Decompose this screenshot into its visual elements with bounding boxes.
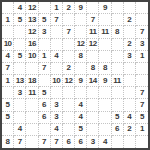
- cell-r8c8[interactable]: [87, 87, 99, 99]
- cell-r7c2: 13: [14, 75, 26, 87]
- cell-r7c7: 9: [75, 75, 87, 87]
- cell-r4c3: 16: [26, 39, 38, 51]
- cell-r12c11[interactable]: [124, 136, 136, 148]
- cell-r12c6: 6: [63, 136, 75, 148]
- cell-r8c5[interactable]: [51, 87, 63, 99]
- cell-r6c4: 7: [39, 63, 51, 75]
- cell-r2c8: 7: [87, 14, 99, 26]
- cell-r6c11[interactable]: [124, 63, 136, 75]
- cell-r1c4[interactable]: [39, 2, 51, 14]
- cell-r3c1[interactable]: [2, 26, 14, 38]
- cell-r3c3: 12: [26, 26, 38, 38]
- cell-r8c10[interactable]: [112, 87, 124, 99]
- cell-r1c8[interactable]: [87, 2, 99, 14]
- cell-r4c12: 3: [136, 39, 148, 51]
- cell-r1c5: 1: [51, 2, 63, 14]
- cell-r2c7[interactable]: [75, 14, 87, 26]
- cell-r4c10[interactable]: [112, 39, 124, 51]
- cell-r8c12: 7: [136, 87, 148, 99]
- cell-r10c3[interactable]: [26, 112, 38, 124]
- cell-r11c4[interactable]: [39, 124, 51, 136]
- cell-r10c1: 5: [2, 112, 14, 124]
- cell-r10c11: 4: [124, 112, 136, 124]
- cell-r6c8: 8: [87, 63, 99, 75]
- cell-r6c7[interactable]: [75, 63, 87, 75]
- cell-r4c2[interactable]: [14, 39, 26, 51]
- cell-r7c3: 18: [26, 75, 38, 87]
- cell-r12c2: 7: [14, 136, 26, 148]
- cell-r6c2[interactable]: [14, 63, 26, 75]
- cell-r1c2: 4: [14, 2, 26, 14]
- cell-r3c11[interactable]: [124, 26, 136, 38]
- cell-r9c11[interactable]: [124, 99, 136, 111]
- cell-r10c4: 6: [39, 112, 51, 124]
- cell-r10c9[interactable]: [99, 112, 111, 124]
- cell-r2c3: 13: [26, 14, 38, 26]
- cell-r8c1[interactable]: [2, 87, 14, 99]
- cell-r7c12[interactable]: [136, 75, 148, 87]
- cell-r2c11: 2: [124, 14, 136, 26]
- cell-r9c3[interactable]: [26, 99, 38, 111]
- cell-r1c6: 2: [63, 2, 75, 14]
- cell-r5c11: 3: [124, 51, 136, 63]
- cell-r2c12[interactable]: [136, 14, 148, 26]
- cell-r4c6[interactable]: [63, 39, 75, 51]
- cell-r11c12: 1: [136, 124, 148, 136]
- cell-r11c8[interactable]: [87, 124, 99, 136]
- cell-r12c3[interactable]: [26, 136, 38, 148]
- cell-r12c9: 4: [99, 136, 111, 148]
- cell-r8c2: 3: [14, 87, 26, 99]
- cell-r4c7: 12: [75, 39, 87, 51]
- cell-r3c8: 11: [87, 26, 99, 38]
- cell-r1c12[interactable]: [136, 2, 148, 14]
- cell-r7c11[interactable]: [124, 75, 136, 87]
- cell-r6c9: 8: [99, 63, 111, 75]
- cell-r10c8[interactable]: [87, 112, 99, 124]
- cell-r6c5[interactable]: [51, 63, 63, 75]
- cell-r5c4: 1: [39, 51, 51, 63]
- cell-r9c5: 3: [51, 99, 63, 111]
- cell-r10c10: 5: [112, 112, 124, 124]
- cell-r10c6[interactable]: [63, 112, 75, 124]
- cell-r1c7: 9: [75, 2, 87, 14]
- fillomino-board: 4121299151357721237111187101612122345101…: [0, 0, 150, 150]
- cell-r7c1: 1: [2, 75, 14, 87]
- cell-r3c10: 8: [112, 26, 124, 38]
- cell-r12c8: 3: [87, 136, 99, 148]
- cell-r7c8: 14: [87, 75, 99, 87]
- cell-r11c6[interactable]: [63, 124, 75, 136]
- cell-r12c1: 8: [2, 136, 14, 148]
- cell-r7c5: 10: [51, 75, 63, 87]
- cell-r6c10[interactable]: [112, 63, 124, 75]
- cell-r10c12: 5: [136, 112, 148, 124]
- cell-r5c7: 8: [75, 51, 87, 63]
- cell-r11c3[interactable]: [26, 124, 38, 136]
- cell-r5c5: 4: [51, 51, 63, 63]
- cell-r6c3[interactable]: [26, 63, 38, 75]
- cell-r11c11: 2: [124, 124, 136, 136]
- cell-r5c12: 1: [136, 51, 148, 63]
- cell-r9c6[interactable]: [63, 99, 75, 111]
- cell-r9c10[interactable]: [112, 99, 124, 111]
- cell-r4c8: 12: [87, 39, 99, 51]
- cell-r7c10: 11: [112, 75, 124, 87]
- cell-r11c9[interactable]: [99, 124, 111, 136]
- cell-r3c7[interactable]: [75, 26, 87, 38]
- cell-r5c6[interactable]: [63, 51, 75, 63]
- cell-r6c12[interactable]: [136, 63, 148, 75]
- cell-r10c5: 3: [51, 112, 63, 124]
- cell-r12c12[interactable]: [136, 136, 148, 148]
- cell-r2c4: 5: [39, 14, 51, 26]
- cell-r3c4: 3: [39, 26, 51, 38]
- cell-r8c11[interactable]: [124, 87, 136, 99]
- cell-r4c4[interactable]: [39, 39, 51, 51]
- cell-r8c7[interactable]: [75, 87, 87, 99]
- cell-r5c1: 4: [2, 51, 14, 63]
- cell-r2c6[interactable]: [63, 14, 75, 26]
- cell-r4c1: 10: [2, 39, 14, 51]
- cell-r12c10[interactable]: [112, 136, 124, 148]
- cell-r9c9[interactable]: [99, 99, 111, 111]
- cell-r6c6: 2: [63, 63, 75, 75]
- cell-r1c9: 9: [99, 2, 111, 14]
- cell-r3c2[interactable]: [14, 26, 26, 38]
- cell-r10c2[interactable]: [14, 112, 26, 124]
- cell-r5c3: 10: [26, 51, 38, 63]
- cell-r4c9[interactable]: [99, 39, 111, 51]
- cell-r1c3: 12: [26, 2, 38, 14]
- cell-r8c9[interactable]: [99, 87, 111, 99]
- cell-r7c9: 9: [99, 75, 111, 87]
- cell-r9c8[interactable]: [87, 99, 99, 111]
- cell-r9c4: 6: [39, 99, 51, 111]
- cell-r1c10[interactable]: [112, 2, 124, 14]
- cell-r9c2[interactable]: [14, 99, 26, 111]
- cell-r3c5[interactable]: [51, 26, 63, 38]
- cell-r1c1[interactable]: [2, 2, 14, 14]
- cell-r3c9: 11: [99, 26, 111, 38]
- cell-r2c9[interactable]: [99, 14, 111, 26]
- cell-r11c1[interactable]: [2, 124, 14, 136]
- cell-r5c8[interactable]: [87, 51, 99, 63]
- cell-r5c2: 5: [14, 51, 26, 63]
- cell-r8c3: 11: [26, 87, 38, 99]
- cell-r8c4: 5: [39, 87, 51, 99]
- cell-r7c6: 12: [63, 75, 75, 87]
- cell-r12c4: 7: [39, 136, 51, 148]
- cell-r1c11[interactable]: [124, 2, 136, 14]
- cell-r9c12: 7: [136, 99, 148, 111]
- cell-r4c5[interactable]: [51, 39, 63, 51]
- cell-r7c4[interactable]: [39, 75, 51, 87]
- cell-r5c10[interactable]: [112, 51, 124, 63]
- cell-r2c1: 1: [2, 14, 14, 26]
- cell-r4c11: 2: [124, 39, 136, 51]
- cell-r3c6: 7: [63, 26, 75, 38]
- cell-r5c9[interactable]: [99, 51, 111, 63]
- cell-r2c5: 7: [51, 14, 63, 26]
- cell-r2c2: 5: [14, 14, 26, 26]
- cell-r9c1: 5: [2, 99, 14, 111]
- cell-r12c7: 6: [75, 136, 87, 148]
- cell-r11c7: 5: [75, 124, 87, 136]
- cell-r2c10[interactable]: [112, 14, 124, 26]
- cell-r9c7: 4: [75, 99, 87, 111]
- cell-r11c2: 4: [14, 124, 26, 136]
- cell-r8c6[interactable]: [63, 87, 75, 99]
- cell-r3c12: 7: [136, 26, 148, 38]
- cell-r12c5: 7: [51, 136, 63, 148]
- cell-r11c5: 4: [51, 124, 63, 136]
- cell-r10c7: 4: [75, 112, 87, 124]
- cell-r11c10: 6: [112, 124, 124, 136]
- cell-r6c1: 7: [2, 63, 14, 75]
